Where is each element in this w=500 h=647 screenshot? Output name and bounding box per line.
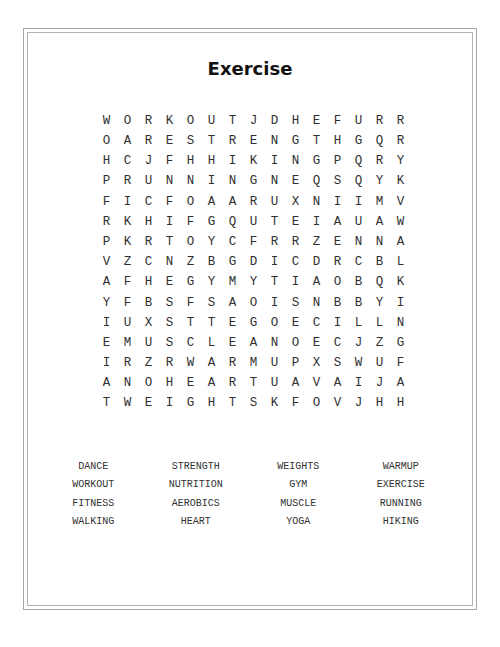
grid-cell-r4c9: N (264, 172, 285, 192)
grid-cell-r10c2: F (117, 293, 138, 313)
grid-cell-r3c13: Q (348, 151, 369, 171)
grid-cell-r8c5: Z (180, 252, 201, 272)
grid-cell-r5c2: I (117, 192, 138, 212)
grid-cell-r3c15: Y (390, 151, 411, 171)
grid-cell-r4c6: I (201, 172, 222, 192)
grid-cell-r3c2: C (117, 151, 138, 171)
grid-cell-r5c11: N (306, 192, 327, 212)
grid-cell-r2c10: G (285, 131, 306, 151)
grid-cell-r2c5: S (180, 131, 201, 151)
grid-cell-r1c10: H (285, 111, 306, 131)
grid-cell-r14c4: H (159, 373, 180, 393)
grid-cell-r11c15: N (390, 313, 411, 333)
grid-cell-r10c15: I (390, 293, 411, 313)
grid-cell-r7c15: A (390, 232, 411, 252)
grid-cell-r10c5: F (180, 293, 201, 313)
grid-cell-r6c2: K (117, 212, 138, 232)
grid-cell-r10c9: I (264, 293, 285, 313)
grid-cell-r1c4: K (159, 111, 180, 131)
grid-cell-r4c14: Y (369, 172, 390, 192)
grid-cell-r15c8: S (243, 394, 264, 414)
grid-cell-r14c14: J (369, 373, 390, 393)
grid-cell-r15c10: F (285, 394, 306, 414)
grid-cell-r12c5: C (180, 333, 201, 353)
word-item-nutrition: NUTRITION (145, 476, 248, 494)
grid-cell-r14c12: A (327, 373, 348, 393)
grid-cell-r13c2: R (117, 353, 138, 373)
grid-cell-r12c8: A (243, 333, 264, 353)
grid-cell-r6c1: R (96, 212, 117, 232)
grid-cell-r14c5: E (180, 373, 201, 393)
grid-cell-r6c7: Q (222, 212, 243, 232)
grid-cell-r8c4: N (159, 252, 180, 272)
grid-cell-r4c10: E (285, 172, 306, 192)
grid-cell-r13c13: W (348, 353, 369, 373)
grid-cell-r14c8: T (243, 373, 264, 393)
grid-cell-r15c1: T (96, 394, 117, 414)
grid-cell-r11c3: X (138, 313, 159, 333)
grid-cell-r15c15: H (390, 394, 411, 414)
grid-cell-r14c6: A (201, 373, 222, 393)
grid-cell-r4c7: N (222, 172, 243, 192)
grid-cell-r6c13: U (348, 212, 369, 232)
grid-cell-r11c6: T (201, 313, 222, 333)
grid-cell-r2c11: T (306, 131, 327, 151)
grid-cell-r2c13: G (348, 131, 369, 151)
grid-cell-r4c1: P (96, 172, 117, 192)
grid-cell-r12c11: E (306, 333, 327, 353)
grid-cell-r6c8: U (243, 212, 264, 232)
grid-cell-r8c6: B (201, 252, 222, 272)
grid-cell-r8c11: D (306, 252, 327, 272)
grid-cell-r2c12: H (327, 131, 348, 151)
grid-cell-r13c9: U (264, 353, 285, 373)
grid-cell-r1c11: E (306, 111, 327, 131)
grid-cell-r6c14: A (369, 212, 390, 232)
grid-cell-r15c13: J (348, 394, 369, 414)
grid-cell-r14c15: A (390, 373, 411, 393)
grid-cell-r9c9: T (264, 273, 285, 293)
grid-cell-r13c11: X (306, 353, 327, 373)
grid-cell-r13c12: S (327, 353, 348, 373)
grid-cell-r10c6: S (201, 293, 222, 313)
grid-cell-r15c12: V (327, 394, 348, 414)
grid-cell-r12c7: E (222, 333, 243, 353)
grid-cell-r1c14: R (369, 111, 390, 131)
grid-cell-r7c14: N (369, 232, 390, 252)
grid-cell-r12c9: N (264, 333, 285, 353)
grid-cell-r1c8: J (243, 111, 264, 131)
grid-cell-r12c10: O (285, 333, 306, 353)
grid-cell-r11c4: S (159, 313, 180, 333)
grid-cell-r11c7: E (222, 313, 243, 333)
word-search-page: Exercise WORKOUTJDHEFURROARESTRENGTHGQRH… (0, 0, 500, 647)
grid-cell-r12c1: E (96, 333, 117, 353)
grid-cell-r13c14: U (369, 353, 390, 373)
grid-cell-r5c12: I (327, 192, 348, 212)
word-item-strength: STRENGTH (145, 458, 248, 476)
grid-cell-r11c2: U (117, 313, 138, 333)
grid-cell-r7c9: R (264, 232, 285, 252)
grid-cell-r13c10: P (285, 353, 306, 373)
grid-cell-r12c2: M (117, 333, 138, 353)
grid-cell-r10c13: B (348, 293, 369, 313)
grid-cell-r6c3: H (138, 212, 159, 232)
grid-cell-r11c13: L (348, 313, 369, 333)
grid-cell-r11c1: I (96, 313, 117, 333)
grid-cell-r8c7: G (222, 252, 243, 272)
grid-cell-r3c3: J (138, 151, 159, 171)
grid-cell-r14c3: O (138, 373, 159, 393)
grid-cell-r9c5: G (180, 273, 201, 293)
grid-cell-r15c2: W (117, 394, 138, 414)
grid-cell-r11c12: I (327, 313, 348, 333)
grid-cell-r5c5: O (180, 192, 201, 212)
grid-cell-r3c14: R (369, 151, 390, 171)
grid-cell-r5c1: F (96, 192, 117, 212)
grid-cell-r5c9: U (264, 192, 285, 212)
grid-cell-r13c7: R (222, 353, 243, 373)
grid-cell-r5c13: I (348, 192, 369, 212)
grid-cell-r4c5: N (180, 172, 201, 192)
grid-cell-r11c8: G (243, 313, 264, 333)
grid-cell-r9c2: F (117, 273, 138, 293)
grid-cell-r14c2: N (117, 373, 138, 393)
grid-cell-r10c7: A (222, 293, 243, 313)
grid-cell-r2c2: A (117, 131, 138, 151)
word-item-dance: DANCE (42, 458, 145, 476)
grid-cell-r10c4: S (159, 293, 180, 313)
grid-cell-r9c14: Q (369, 273, 390, 293)
grid-cell-r8c13: C (348, 252, 369, 272)
grid-cell-r14c13: I (348, 373, 369, 393)
grid-cell-r15c4: I (159, 394, 180, 414)
grid-cell-r3c12: P (327, 151, 348, 171)
grid-cell-r7c11: Z (306, 232, 327, 252)
grid-cell-r3c11: G (306, 151, 327, 171)
grid-cell-r5c8: R (243, 192, 264, 212)
grid-cell-r13c1: I (96, 353, 117, 373)
grid-cell-r1c6: U (201, 111, 222, 131)
grid-cell-r6c15: W (390, 212, 411, 232)
grid-cell-r14c1: A (96, 373, 117, 393)
grid-cell-r9c15: K (390, 273, 411, 293)
grid-cell-r2c1: O (96, 131, 117, 151)
grid-cell-r1c2: O (117, 111, 138, 131)
grid-cell-r4c11: Q (306, 172, 327, 192)
grid-cell-r10c8: O (243, 293, 264, 313)
grid-cell-r5c15: V (390, 192, 411, 212)
grid-cell-r1c9: D (264, 111, 285, 131)
grid-cell-r12c13: J (348, 333, 369, 353)
grid-cell-r7c4: T (159, 232, 180, 252)
grid-cell-r13c6: A (201, 353, 222, 373)
grid-cell-r8c14: B (369, 252, 390, 272)
grid-cell-r9c10: I (285, 273, 306, 293)
grid-cell-r2c7: R (222, 131, 243, 151)
grid-cell-r14c10: A (285, 373, 306, 393)
grid-cell-r3c6: H (201, 151, 222, 171)
grid-cell-r9c4: E (159, 273, 180, 293)
grid-cell-r1c15: R (390, 111, 411, 131)
grid-cell-r12c6: L (201, 333, 222, 353)
grid-cell-r4c13: Q (348, 172, 369, 192)
grid-cell-r5c14: M (369, 192, 390, 212)
grid-cell-r2c3: R (138, 131, 159, 151)
grid-cell-r8c12: R (327, 252, 348, 272)
grid-cell-r3c1: H (96, 151, 117, 171)
grid-cell-r13c4: R (159, 353, 180, 373)
grid-cell-r1c3: R (138, 111, 159, 131)
grid-cell-r7c3: R (138, 232, 159, 252)
grid-cell-r2c9: N (264, 131, 285, 151)
grid-cell-r9c13: B (348, 273, 369, 293)
grid-cell-r4c8: G (243, 172, 264, 192)
grid-cell-r3c8: K (243, 151, 264, 171)
grid-cell-r5c3: C (138, 192, 159, 212)
grid-cell-r10c3: B (138, 293, 159, 313)
grid-cell-r12c4: S (159, 333, 180, 353)
grid-cell-r2c8: E (243, 131, 264, 151)
grid-cell-r6c9: T (264, 212, 285, 232)
grid-cell-r10c11: N (306, 293, 327, 313)
grid-cell-r1c5: O (180, 111, 201, 131)
grid-cell-r12c3: U (138, 333, 159, 353)
grid-cell-r6c4: I (159, 212, 180, 232)
grid-cell-r12c15: G (390, 333, 411, 353)
word-item-aerobics: AEROBICS (145, 495, 248, 513)
word-item-exercise: EXERCISE (350, 476, 453, 494)
grid-cell-r9c3: H (138, 273, 159, 293)
grid-cell-r14c11: V (306, 373, 327, 393)
grid-cell-r12c12: C (327, 333, 348, 353)
grid-cell-r15c14: H (369, 394, 390, 414)
grid-cell-r14c9: U (264, 373, 285, 393)
grid-cell-r7c1: P (96, 232, 117, 252)
puzzle-title: Exercise (0, 58, 500, 79)
grid-cell-r2c14: Q (369, 131, 390, 151)
grid-cell-r15c5: G (180, 394, 201, 414)
grid-cell-r8c15: L (390, 252, 411, 272)
letter-grid: WORKOUTJDHEFURROARESTRENGTHGQRHCJFHHIKIN… (96, 111, 411, 414)
grid-cell-r2c6: T (201, 131, 222, 151)
grid-cell-r4c15: K (390, 172, 411, 192)
grid-cell-r8c1: V (96, 252, 117, 272)
grid-cell-r7c6: Y (201, 232, 222, 252)
grid-cell-r4c4: N (159, 172, 180, 192)
word-item-yoga: YOGA (247, 513, 350, 531)
grid-cell-r6c5: F (180, 212, 201, 232)
grid-cell-r15c3: E (138, 394, 159, 414)
grid-cell-r5c10: X (285, 192, 306, 212)
grid-cell-r1c12: F (327, 111, 348, 131)
grid-cell-r3c5: H (180, 151, 201, 171)
grid-cell-r13c15: F (390, 353, 411, 373)
grid-cell-r8c8: D (243, 252, 264, 272)
grid-cell-r1c1: W (96, 111, 117, 131)
grid-cell-r4c3: U (138, 172, 159, 192)
grid-cell-r3c7: I (222, 151, 243, 171)
grid-cell-r4c2: R (117, 172, 138, 192)
word-item-muscle: MUSCLE (247, 495, 350, 513)
grid-cell-r11c10: E (285, 313, 306, 333)
grid-cell-r3c10: N (285, 151, 306, 171)
grid-cell-r13c5: W (180, 353, 201, 373)
grid-cell-r11c14: L (369, 313, 390, 333)
word-item-workout: WORKOUT (42, 476, 145, 494)
grid-cell-r5c6: A (201, 192, 222, 212)
grid-cell-r9c6: Y (201, 273, 222, 293)
grid-cell-r7c13: N (348, 232, 369, 252)
grid-cell-r3c4: F (159, 151, 180, 171)
grid-cell-r6c6: G (201, 212, 222, 232)
grid-cell-r12c14: Z (369, 333, 390, 353)
grid-cell-r5c7: A (222, 192, 243, 212)
word-list: DANCESTRENGTHWEIGHTSWARMUPWORKOUTNUTRITI… (42, 458, 452, 531)
grid-cell-r4c12: S (327, 172, 348, 192)
grid-cell-r7c8: F (243, 232, 264, 252)
grid-cell-r13c3: Z (138, 353, 159, 373)
grid-cell-r8c9: I (264, 252, 285, 272)
grid-cell-r5c4: F (159, 192, 180, 212)
grid-cell-r9c11: A (306, 273, 327, 293)
grid-cell-r7c10: R (285, 232, 306, 252)
grid-cell-r9c12: O (327, 273, 348, 293)
word-item-running: RUNNING (350, 495, 453, 513)
grid-cell-r11c5: T (180, 313, 201, 333)
grid-cell-r7c7: C (222, 232, 243, 252)
grid-cell-r10c12: B (327, 293, 348, 313)
grid-cell-r14c7: R (222, 373, 243, 393)
word-item-gym: GYM (247, 476, 350, 494)
grid-cell-r9c1: A (96, 273, 117, 293)
grid-cell-r9c7: M (222, 273, 243, 293)
grid-cell-r1c7: T (222, 111, 243, 131)
grid-cell-r7c12: E (327, 232, 348, 252)
grid-cell-r13c8: M (243, 353, 264, 373)
word-item-fitness: FITNESS (42, 495, 145, 513)
grid-cell-r7c5: O (180, 232, 201, 252)
grid-cell-r15c9: K (264, 394, 285, 414)
word-item-weights: WEIGHTS (247, 458, 350, 476)
grid-cell-r6c10: E (285, 212, 306, 232)
grid-cell-r10c1: Y (96, 293, 117, 313)
grid-cell-r15c11: O (306, 394, 327, 414)
grid-cell-r10c14: Y (369, 293, 390, 313)
grid-cell-r15c6: H (201, 394, 222, 414)
grid-cell-r1c13: U (348, 111, 369, 131)
grid-cell-r10c10: S (285, 293, 306, 313)
grid-cell-r3c9: I (264, 151, 285, 171)
grid-cell-r7c2: K (117, 232, 138, 252)
grid-cell-r2c15: R (390, 131, 411, 151)
grid-cell-r8c3: C (138, 252, 159, 272)
grid-cell-r8c2: Z (117, 252, 138, 272)
grid-cell-r11c11: C (306, 313, 327, 333)
word-item-walking: WALKING (42, 513, 145, 531)
word-item-heart: HEART (145, 513, 248, 531)
grid-cell-r8c10: C (285, 252, 306, 272)
word-item-hiking: HIKING (350, 513, 453, 531)
grid-cell-r11c9: O (264, 313, 285, 333)
grid-cell-r6c11: I (306, 212, 327, 232)
word-item-warmup: WARMUP (350, 458, 453, 476)
grid-cell-r2c4: E (159, 131, 180, 151)
grid-cell-r6c12: A (327, 212, 348, 232)
grid-cell-r15c7: T (222, 394, 243, 414)
grid-cell-r9c8: Y (243, 273, 264, 293)
